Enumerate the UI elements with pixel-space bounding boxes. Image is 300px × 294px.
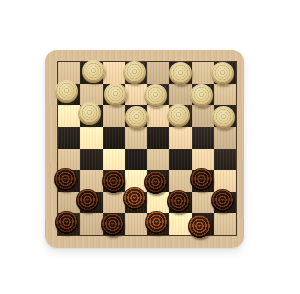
dark-checker-piece[interactable] [144, 171, 167, 194]
square-r4c7[interactable] [192, 127, 214, 149]
dark-checker-piece[interactable] [211, 189, 234, 212]
dark-checker-piece[interactable] [188, 215, 211, 238]
square-r4c4[interactable] [125, 127, 147, 149]
light-checker-piece[interactable] [144, 84, 167, 107]
square-r4c3[interactable] [103, 127, 125, 149]
square-r5c7[interactable] [192, 149, 214, 171]
square-r5c6[interactable] [169, 149, 191, 171]
square-r5c5[interactable] [147, 149, 169, 171]
square-r5c4[interactable] [125, 149, 147, 171]
square-r3c7[interactable] [192, 105, 214, 127]
square-r8c4[interactable] [125, 213, 147, 235]
square-r5c8[interactable] [214, 149, 236, 171]
light-checker-piece[interactable] [190, 84, 213, 107]
dark-checker-piece[interactable] [76, 189, 99, 212]
square-r5c3[interactable] [103, 149, 125, 171]
square-r4c6[interactable] [169, 127, 191, 149]
square-r4c5[interactable] [147, 127, 169, 149]
square-r7c3[interactable] [103, 192, 125, 214]
dark-checker-piece[interactable] [145, 211, 168, 234]
square-r1c3[interactable] [103, 62, 125, 84]
square-r3c1[interactable] [58, 105, 80, 127]
dark-checker-piece[interactable] [102, 170, 125, 193]
square-r6c6[interactable] [169, 170, 191, 192]
square-r2c8[interactable] [214, 84, 236, 106]
square-r3c3[interactable] [103, 105, 125, 127]
square-r8c8[interactable] [214, 213, 236, 235]
square-r4c2[interactable] [80, 127, 102, 149]
checkers-board [45, 50, 244, 248]
square-r4c8[interactable] [214, 127, 236, 149]
dark-checker-piece[interactable] [167, 190, 190, 213]
dark-checker-piece[interactable] [123, 187, 146, 210]
square-r3c5[interactable] [147, 105, 169, 127]
dark-checker-piece[interactable] [55, 211, 78, 234]
light-checker-piece[interactable] [55, 80, 78, 103]
dark-checker-piece[interactable] [190, 168, 213, 191]
product-photo-scene [0, 0, 300, 294]
dark-checker-piece[interactable] [101, 213, 124, 236]
square-r5c2[interactable] [80, 149, 102, 171]
dark-checker-piece[interactable] [54, 168, 77, 191]
square-r5c1[interactable] [58, 149, 80, 171]
square-r1c5[interactable] [147, 62, 169, 84]
square-r4c1[interactable] [58, 127, 80, 149]
light-checker-piece[interactable] [104, 83, 127, 106]
square-r8c2[interactable] [80, 213, 102, 235]
square-r2c6[interactable] [169, 84, 191, 106]
